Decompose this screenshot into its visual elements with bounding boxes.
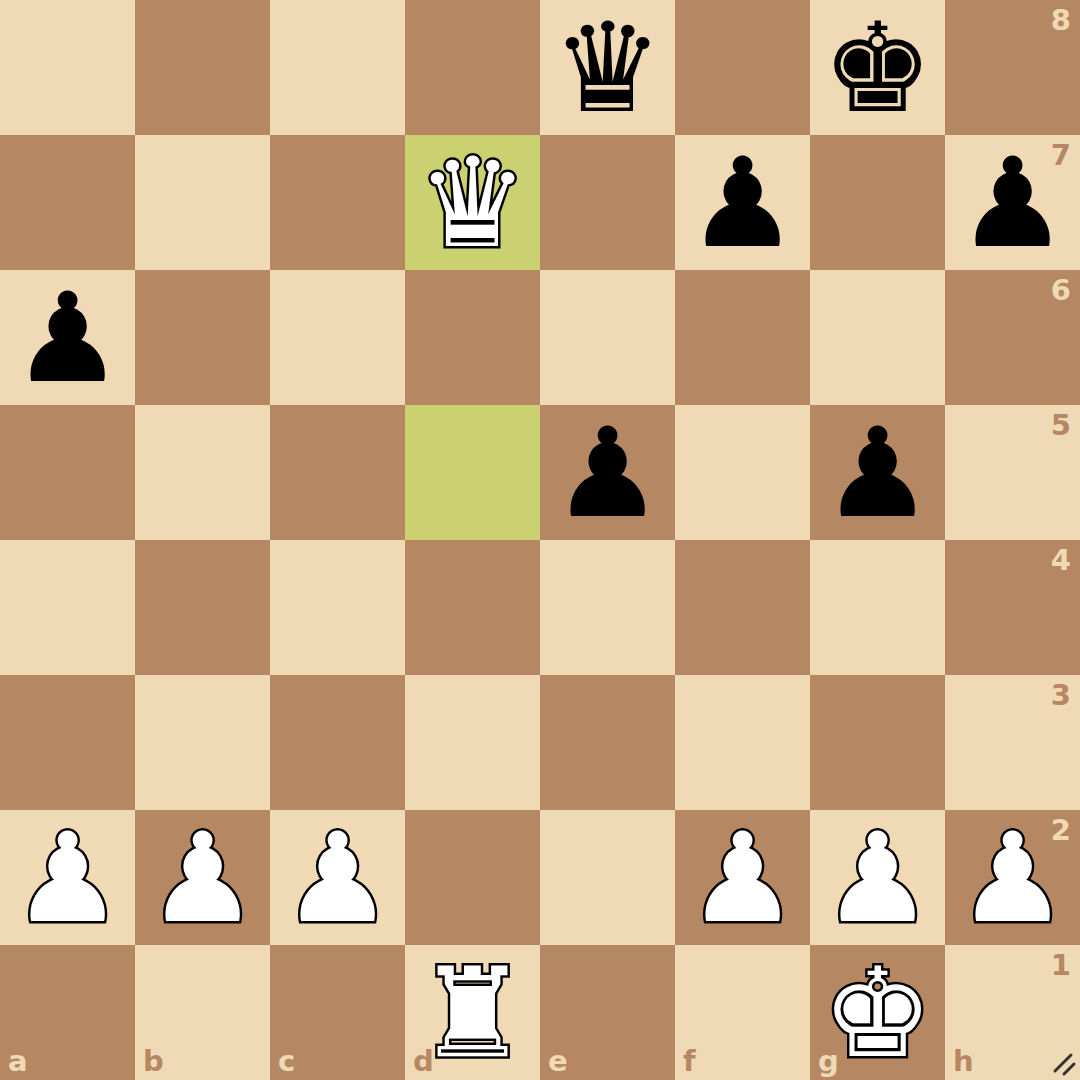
piece-black-pawn[interactable]: ♟ [687, 141, 798, 265]
square-c8[interactable] [270, 0, 405, 135]
square-f4[interactable] [675, 540, 810, 675]
square-f8[interactable] [675, 0, 810, 135]
file-label-b: b [143, 1047, 164, 1076]
rank-label-4: 4 [1051, 546, 1071, 575]
square-e6[interactable] [540, 270, 675, 405]
piece-black-king[interactable]: ♚ [822, 6, 933, 130]
square-d7[interactable]: ♛ [405, 135, 540, 270]
square-a6[interactable]: ♟ [0, 270, 135, 405]
square-b3[interactable] [135, 675, 270, 810]
square-c2[interactable]: ♟ [270, 810, 405, 945]
rank-label-5: 5 [1051, 411, 1071, 440]
piece-white-pawn[interactable]: ♟ [147, 816, 258, 940]
square-g1[interactable]: ♚g [810, 945, 945, 1080]
square-c7[interactable] [270, 135, 405, 270]
file-label-f: f [683, 1047, 696, 1076]
square-h5[interactable]: 5 [945, 405, 1080, 540]
rank-label-8: 8 [1051, 6, 1071, 35]
square-a7[interactable] [0, 135, 135, 270]
square-a4[interactable] [0, 540, 135, 675]
square-g4[interactable] [810, 540, 945, 675]
file-label-a: a [8, 1047, 28, 1076]
piece-white-pawn[interactable]: ♟ [12, 816, 123, 940]
piece-white-pawn[interactable]: ♟ [687, 816, 798, 940]
square-b7[interactable] [135, 135, 270, 270]
square-d3[interactable] [405, 675, 540, 810]
square-g6[interactable] [810, 270, 945, 405]
file-label-c: c [278, 1047, 295, 1076]
piece-white-pawn[interactable]: ♟ [822, 816, 933, 940]
square-f5[interactable] [675, 405, 810, 540]
piece-black-pawn[interactable]: ♟ [552, 411, 663, 535]
rank-label-1: 1 [1051, 951, 1071, 980]
square-e5[interactable]: ♟ [540, 405, 675, 540]
square-h7[interactable]: ♟7 [945, 135, 1080, 270]
square-e7[interactable] [540, 135, 675, 270]
square-d4[interactable] [405, 540, 540, 675]
rank-label-7: 7 [1051, 141, 1071, 170]
file-label-d: d [413, 1047, 434, 1076]
square-d2[interactable] [405, 810, 540, 945]
square-g2[interactable]: ♟ [810, 810, 945, 945]
square-c4[interactable] [270, 540, 405, 675]
square-e2[interactable] [540, 810, 675, 945]
square-d6[interactable] [405, 270, 540, 405]
square-f3[interactable] [675, 675, 810, 810]
piece-white-queen[interactable]: ♛ [417, 141, 528, 265]
square-a1[interactable]: a [0, 945, 135, 1080]
square-b8[interactable] [135, 0, 270, 135]
file-label-g: g [818, 1047, 839, 1076]
square-e3[interactable] [540, 675, 675, 810]
square-a5[interactable] [0, 405, 135, 540]
rank-label-3: 3 [1051, 681, 1071, 710]
square-f1[interactable]: f [675, 945, 810, 1080]
square-g8[interactable]: ♚ [810, 0, 945, 135]
square-a8[interactable] [0, 0, 135, 135]
square-b1[interactable]: b [135, 945, 270, 1080]
square-h2[interactable]: ♟2 [945, 810, 1080, 945]
square-g7[interactable] [810, 135, 945, 270]
piece-black-queen[interactable]: ♛ [552, 6, 663, 130]
square-b6[interactable] [135, 270, 270, 405]
square-h1[interactable]: h1 [945, 945, 1080, 1080]
square-a2[interactable]: ♟ [0, 810, 135, 945]
square-b5[interactable] [135, 405, 270, 540]
square-c1[interactable]: c [270, 945, 405, 1080]
rank-label-6: 6 [1051, 276, 1071, 305]
square-e1[interactable]: e [540, 945, 675, 1080]
square-h8[interactable]: 8 [945, 0, 1080, 135]
chess-board: ♛♚8♛♟♟7♟6♟♟543♟♟♟♟♟♟2abc♜def♚gh1 [0, 0, 1080, 1080]
square-e8[interactable]: ♛ [540, 0, 675, 135]
square-b4[interactable] [135, 540, 270, 675]
square-b2[interactable]: ♟ [135, 810, 270, 945]
file-label-e: e [548, 1047, 568, 1076]
square-d8[interactable] [405, 0, 540, 135]
square-d1[interactable]: ♜d [405, 945, 540, 1080]
square-e4[interactable] [540, 540, 675, 675]
resize-handle-icon[interactable] [1051, 1051, 1077, 1077]
square-g3[interactable] [810, 675, 945, 810]
square-d5[interactable] [405, 405, 540, 540]
square-c3[interactable] [270, 675, 405, 810]
piece-black-pawn[interactable]: ♟ [12, 276, 123, 400]
square-f7[interactable]: ♟ [675, 135, 810, 270]
square-h3[interactable]: 3 [945, 675, 1080, 810]
square-a3[interactable] [0, 675, 135, 810]
piece-black-pawn[interactable]: ♟ [822, 411, 933, 535]
square-f6[interactable] [675, 270, 810, 405]
square-g5[interactable]: ♟ [810, 405, 945, 540]
square-f2[interactable]: ♟ [675, 810, 810, 945]
square-h4[interactable]: 4 [945, 540, 1080, 675]
square-c6[interactable] [270, 270, 405, 405]
piece-white-pawn[interactable]: ♟ [282, 816, 393, 940]
square-h6[interactable]: 6 [945, 270, 1080, 405]
file-label-h: h [953, 1047, 974, 1076]
square-c5[interactable] [270, 405, 405, 540]
rank-label-2: 2 [1051, 816, 1071, 845]
